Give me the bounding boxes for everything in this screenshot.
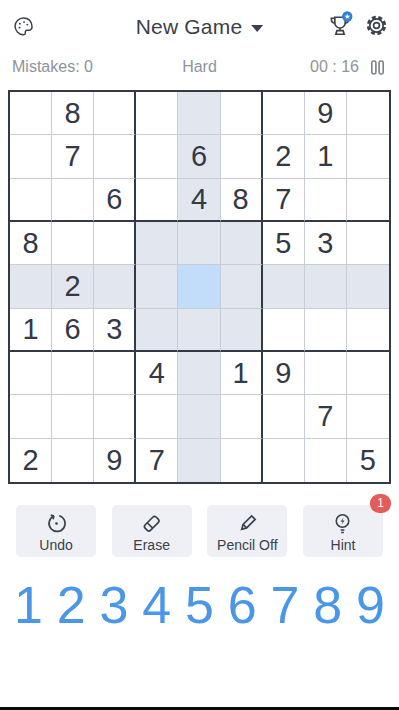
numpad-digit-4[interactable]: 4: [142, 579, 171, 631]
sudoku-cell[interactable]: [305, 265, 347, 308]
sudoku-cell[interactable]: [347, 92, 389, 135]
sudoku-cell[interactable]: [347, 395, 389, 438]
sudoku-cell[interactable]: [347, 222, 389, 265]
sudoku-cell[interactable]: 1: [305, 135, 347, 178]
sudoku-cell[interactable]: [136, 179, 178, 222]
sudoku-cell[interactable]: [178, 222, 220, 265]
status-bar: Mistakes: 0 Hard 00 : 16: [0, 52, 399, 82]
sudoku-cell[interactable]: [263, 395, 305, 438]
sudoku-cell[interactable]: 6: [52, 309, 94, 352]
svg-text:★: ★: [344, 12, 351, 21]
numpad-digit-7[interactable]: 7: [271, 579, 300, 631]
settings-gear-icon[interactable]: [364, 13, 389, 38]
dropdown-caret-icon: [251, 25, 263, 32]
sudoku-board: 8976216487853216341972975: [8, 90, 391, 484]
erase-button[interactable]: Erase: [112, 505, 192, 557]
sudoku-cell[interactable]: [347, 135, 389, 178]
theme-palette-icon[interactable]: [12, 15, 35, 38]
sudoku-cell[interactable]: [305, 439, 347, 482]
sudoku-cell[interactable]: [52, 222, 94, 265]
sudoku-cell[interactable]: [10, 135, 52, 178]
sudoku-cell[interactable]: 8: [52, 92, 94, 135]
sudoku-cell[interactable]: [178, 92, 220, 135]
sudoku-cell[interactable]: [94, 222, 136, 265]
sudoku-cell[interactable]: [52, 179, 94, 222]
sudoku-cell[interactable]: 5: [347, 439, 389, 482]
top-bar-right-icons: ★: [325, 11, 389, 39]
pause-icon[interactable]: [368, 58, 387, 77]
pencil-label: Pencil Off: [217, 538, 277, 552]
sudoku-cell[interactable]: [178, 439, 220, 482]
sudoku-cell[interactable]: 9: [305, 92, 347, 135]
sudoku-cell[interactable]: [263, 309, 305, 352]
sudoku-cell[interactable]: [10, 352, 52, 395]
pencil-icon: [235, 511, 260, 536]
sudoku-cell[interactable]: [263, 439, 305, 482]
sudoku-cell[interactable]: [10, 92, 52, 135]
sudoku-cell[interactable]: 9: [263, 352, 305, 395]
pencil-button[interactable]: Pencil Off: [207, 505, 287, 557]
sudoku-cell[interactable]: [136, 222, 178, 265]
sudoku-cell[interactable]: [221, 395, 263, 438]
new-game-dropdown[interactable]: New Game: [136, 15, 264, 39]
undo-icon: [44, 511, 69, 536]
sudoku-cell[interactable]: [221, 309, 263, 352]
sudoku-cell[interactable]: [221, 135, 263, 178]
numpad-digit-1[interactable]: 1: [14, 579, 43, 631]
sudoku-cell[interactable]: [136, 309, 178, 352]
toolbar: Undo Erase Pencil Off 1 Hint: [16, 505, 383, 557]
sudoku-cell[interactable]: 1: [10, 309, 52, 352]
sudoku-cell[interactable]: [305, 309, 347, 352]
sudoku-cell[interactable]: [347, 265, 389, 308]
sudoku-cell[interactable]: [94, 352, 136, 395]
sudoku-cell[interactable]: [94, 395, 136, 438]
sudoku-cell[interactable]: [305, 352, 347, 395]
sudoku-cell[interactable]: [136, 135, 178, 178]
top-bar: New Game ★: [0, 0, 399, 52]
sudoku-cell[interactable]: 2: [52, 265, 94, 308]
sudoku-cell[interactable]: 2: [10, 439, 52, 482]
sudoku-cell[interactable]: 2: [263, 135, 305, 178]
sudoku-cell[interactable]: [178, 265, 220, 308]
sudoku-cell[interactable]: [10, 395, 52, 438]
sudoku-cell[interactable]: 3: [305, 222, 347, 265]
sudoku-cell[interactable]: [178, 352, 220, 395]
numpad-digit-3[interactable]: 3: [100, 579, 129, 631]
lightbulb-icon: [330, 511, 355, 536]
sudoku-cell[interactable]: 8: [10, 222, 52, 265]
hint-button[interactable]: 1 Hint: [303, 505, 383, 557]
sudoku-cell[interactable]: [94, 92, 136, 135]
sudoku-cell[interactable]: [347, 309, 389, 352]
sudoku-cell[interactable]: 3: [94, 309, 136, 352]
mistakes-label: Mistakes: 0: [12, 58, 93, 76]
sudoku-cell[interactable]: 6: [94, 179, 136, 222]
sudoku-cell[interactable]: 7: [136, 439, 178, 482]
sudoku-cell[interactable]: 8: [221, 179, 263, 222]
sudoku-cell[interactable]: 4: [178, 179, 220, 222]
trophy-icon[interactable]: ★: [325, 11, 355, 39]
sudoku-cell[interactable]: 6: [178, 135, 220, 178]
page-title: New Game: [136, 15, 243, 39]
sudoku-cell[interactable]: [221, 92, 263, 135]
sudoku-cell[interactable]: [263, 92, 305, 135]
number-pad: 123456789: [14, 579, 385, 631]
sudoku-cell[interactable]: [52, 439, 94, 482]
hint-label: Hint: [331, 538, 356, 552]
numpad-digit-9[interactable]: 9: [356, 579, 385, 631]
erase-label: Erase: [133, 538, 170, 552]
sudoku-cell[interactable]: [10, 265, 52, 308]
numpad-digit-8[interactable]: 8: [313, 579, 342, 631]
sudoku-cell[interactable]: [136, 92, 178, 135]
difficulty-label: Hard: [182, 58, 217, 76]
sudoku-cell[interactable]: [221, 439, 263, 482]
numpad-digit-5[interactable]: 5: [185, 579, 214, 631]
sudoku-cell[interactable]: 7: [305, 395, 347, 438]
sudoku-cell[interactable]: [178, 309, 220, 352]
sudoku-cell[interactable]: [221, 222, 263, 265]
sudoku-cell[interactable]: 4: [136, 352, 178, 395]
undo-label: Undo: [39, 538, 72, 552]
sudoku-cell[interactable]: [178, 395, 220, 438]
sudoku-cell[interactable]: [136, 265, 178, 308]
sudoku-cell[interactable]: [221, 265, 263, 308]
numpad-digit-6[interactable]: 6: [228, 579, 257, 631]
sudoku-cell[interactable]: [94, 135, 136, 178]
sudoku-cell[interactable]: 5: [263, 222, 305, 265]
sudoku-cell[interactable]: 7: [263, 179, 305, 222]
numpad-digit-2[interactable]: 2: [57, 579, 86, 631]
hint-badge: 1: [370, 494, 391, 513]
timer-label: 00 : 16: [310, 58, 359, 76]
sudoku-cell[interactable]: [10, 179, 52, 222]
sudoku-cell[interactable]: [305, 179, 347, 222]
sudoku-cell[interactable]: [347, 352, 389, 395]
sudoku-cell[interactable]: 9: [94, 439, 136, 482]
sudoku-cell[interactable]: [52, 395, 94, 438]
sudoku-cell[interactable]: 1: [221, 352, 263, 395]
undo-button[interactable]: Undo: [16, 505, 96, 557]
sudoku-cell[interactable]: [347, 179, 389, 222]
sudoku-cell[interactable]: 7: [52, 135, 94, 178]
eraser-icon: [139, 511, 164, 536]
sudoku-cell[interactable]: [52, 352, 94, 395]
sudoku-cell[interactable]: [136, 395, 178, 438]
sudoku-cell[interactable]: [94, 265, 136, 308]
sudoku-cell[interactable]: [263, 265, 305, 308]
